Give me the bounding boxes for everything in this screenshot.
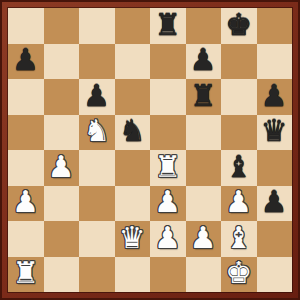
square-a6[interactable] (8, 79, 44, 115)
square-g4[interactable]: ♝ (221, 150, 257, 186)
piece-black-rook[interactable]: ♜ (154, 10, 181, 40)
square-f1[interactable] (186, 257, 222, 293)
square-a1[interactable]: ♜ (8, 257, 44, 293)
square-b1[interactable] (44, 257, 80, 293)
square-d8[interactable] (115, 8, 151, 44)
square-g5[interactable] (221, 115, 257, 151)
square-h1[interactable] (257, 257, 293, 293)
square-d4[interactable] (115, 150, 151, 186)
piece-white-rook[interactable]: ♜ (12, 258, 39, 288)
piece-white-pawn[interactable]: ♟ (48, 152, 75, 182)
square-h7[interactable] (257, 44, 293, 80)
square-c5[interactable]: ♞ (79, 115, 115, 151)
square-f5[interactable] (186, 115, 222, 151)
square-c3[interactable] (79, 186, 115, 222)
square-f6[interactable]: ♜ (186, 79, 222, 115)
square-b8[interactable] (44, 8, 80, 44)
square-g7[interactable] (221, 44, 257, 80)
square-c7[interactable] (79, 44, 115, 80)
piece-white-king[interactable]: ♚ (225, 258, 252, 288)
square-a4[interactable] (8, 150, 44, 186)
piece-white-pawn[interactable]: ♟ (12, 187, 39, 217)
square-f8[interactable] (186, 8, 222, 44)
square-b3[interactable] (44, 186, 80, 222)
square-f4[interactable] (186, 150, 222, 186)
piece-black-rook[interactable]: ♜ (190, 81, 217, 111)
square-e6[interactable] (150, 79, 186, 115)
square-e2[interactable]: ♟ (150, 221, 186, 257)
square-b4[interactable]: ♟ (44, 150, 80, 186)
square-e7[interactable] (150, 44, 186, 80)
piece-black-pawn[interactable]: ♟ (190, 45, 217, 75)
square-g2[interactable]: ♝ (221, 221, 257, 257)
square-a2[interactable] (8, 221, 44, 257)
square-d2[interactable]: ♛ (115, 221, 151, 257)
square-a5[interactable] (8, 115, 44, 151)
piece-black-king[interactable]: ♚ (225, 10, 252, 40)
square-c2[interactable] (79, 221, 115, 257)
square-d6[interactable] (115, 79, 151, 115)
square-h8[interactable] (257, 8, 293, 44)
square-a7[interactable]: ♟ (8, 44, 44, 80)
square-h6[interactable]: ♟ (257, 79, 293, 115)
square-a8[interactable] (8, 8, 44, 44)
square-b7[interactable] (44, 44, 80, 80)
piece-white-bishop[interactable]: ♝ (225, 223, 252, 253)
square-g8[interactable]: ♚ (221, 8, 257, 44)
square-e4[interactable]: ♜ (150, 150, 186, 186)
piece-black-pawn[interactable]: ♟ (261, 81, 288, 111)
piece-white-rook[interactable]: ♜ (154, 152, 181, 182)
square-b2[interactable] (44, 221, 80, 257)
square-c4[interactable] (79, 150, 115, 186)
square-h2[interactable] (257, 221, 293, 257)
square-f2[interactable]: ♟ (186, 221, 222, 257)
square-g3[interactable]: ♟ (221, 186, 257, 222)
square-h5[interactable]: ♛ (257, 115, 293, 151)
square-a3[interactable]: ♟ (8, 186, 44, 222)
square-f3[interactable] (186, 186, 222, 222)
square-e3[interactable]: ♟ (150, 186, 186, 222)
piece-black-pawn[interactable]: ♟ (83, 81, 110, 111)
square-f7[interactable]: ♟ (186, 44, 222, 80)
square-d7[interactable] (115, 44, 151, 80)
piece-white-queen[interactable]: ♛ (119, 223, 146, 253)
piece-white-pawn[interactable]: ♟ (225, 187, 252, 217)
square-h3[interactable]: ♟ (257, 186, 293, 222)
square-d1[interactable] (115, 257, 151, 293)
piece-black-queen[interactable]: ♛ (261, 116, 288, 146)
piece-white-knight[interactable]: ♞ (83, 116, 110, 146)
piece-black-knight[interactable]: ♞ (119, 116, 146, 146)
square-e8[interactable]: ♜ (150, 8, 186, 44)
square-g1[interactable]: ♚ (221, 257, 257, 293)
piece-white-pawn[interactable]: ♟ (154, 223, 181, 253)
piece-white-pawn[interactable]: ♟ (190, 223, 217, 253)
piece-white-pawn[interactable]: ♟ (154, 187, 181, 217)
square-c8[interactable] (79, 8, 115, 44)
piece-black-pawn[interactable]: ♟ (12, 45, 39, 75)
square-b6[interactable] (44, 79, 80, 115)
square-d3[interactable] (115, 186, 151, 222)
square-e5[interactable] (150, 115, 186, 151)
square-b5[interactable] (44, 115, 80, 151)
piece-black-pawn[interactable]: ♟ (261, 187, 288, 217)
square-d5[interactable]: ♞ (115, 115, 151, 151)
square-c1[interactable] (79, 257, 115, 293)
piece-black-bishop[interactable]: ♝ (225, 152, 252, 182)
square-c6[interactable]: ♟ (79, 79, 115, 115)
square-h4[interactable] (257, 150, 293, 186)
square-g6[interactable] (221, 79, 257, 115)
square-e1[interactable] (150, 257, 186, 293)
chess-board-frame: ♜♚♟♟♟♜♟♞♞♛♟♜♝♟♟♟♟♛♟♟♝♜♚ (0, 0, 300, 300)
chess-board: ♜♚♟♟♟♜♟♞♞♛♟♜♝♟♟♟♟♛♟♟♝♜♚ (8, 8, 292, 292)
